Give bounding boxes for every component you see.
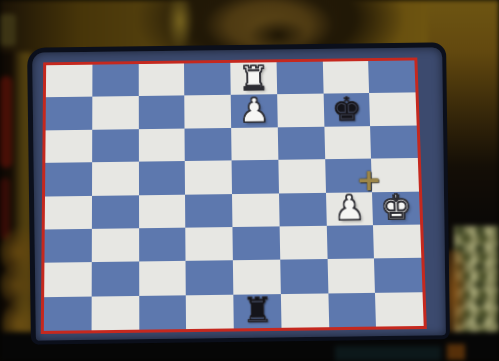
- piece-black-rook: ♜: [242, 292, 273, 327]
- square-b2[interactable]: [91, 262, 138, 296]
- square-d2[interactable]: [186, 260, 234, 294]
- piece-white-pawn: ♟: [239, 93, 270, 127]
- square-e7[interactable]: ♟: [231, 95, 278, 128]
- square-c2[interactable]: [139, 261, 186, 295]
- piece-white-king: ♚: [380, 190, 412, 224]
- square-h2[interactable]: [374, 258, 422, 292]
- square-e4[interactable]: [232, 193, 279, 227]
- square-b3[interactable]: [92, 228, 139, 262]
- piece-black-king: ♚: [331, 92, 362, 126]
- square-a4[interactable]: [45, 195, 92, 229]
- square-f7[interactable]: [277, 94, 324, 127]
- square-c6[interactable]: [138, 128, 185, 161]
- square-a8[interactable]: [46, 65, 92, 98]
- hair-highlight: [166, 0, 194, 52]
- square-a1[interactable]: [44, 296, 92, 331]
- square-f6[interactable]: [278, 127, 325, 160]
- square-a3[interactable]: [44, 229, 91, 263]
- square-f2[interactable]: [280, 259, 328, 293]
- screen-frame: ♜♟♚♟♚♜ +: [27, 42, 450, 344]
- square-h1[interactable]: [375, 292, 423, 327]
- square-g7[interactable]: ♚: [323, 93, 370, 126]
- mouse-crosshair-cursor: +: [356, 167, 382, 193]
- square-e5[interactable]: [232, 160, 279, 194]
- red-object-left-upper: [0, 76, 12, 168]
- piece-white-rook: ♜: [238, 61, 269, 94]
- bottom-orange-patch: [447, 344, 465, 360]
- square-c4[interactable]: [139, 194, 186, 228]
- square-a2[interactable]: [44, 262, 91, 296]
- square-d3[interactable]: [186, 227, 233, 261]
- square-e6[interactable]: [231, 127, 278, 160]
- shelf-object: [0, 14, 16, 46]
- square-b8[interactable]: [92, 64, 138, 97]
- square-c3[interactable]: [139, 228, 186, 262]
- square-d4[interactable]: [185, 194, 232, 228]
- square-e1[interactable]: ♜: [233, 294, 281, 329]
- square-b6[interactable]: [92, 129, 139, 162]
- square-b5[interactable]: [92, 162, 139, 196]
- square-f5[interactable]: [278, 159, 325, 193]
- square-a5[interactable]: [45, 162, 92, 196]
- square-b4[interactable]: [92, 195, 139, 229]
- square-c8[interactable]: [138, 63, 184, 96]
- square-e3[interactable]: [232, 226, 280, 260]
- square-h8[interactable]: [368, 60, 415, 93]
- square-h6[interactable]: [370, 125, 418, 158]
- square-f8[interactable]: [276, 62, 323, 95]
- square-d7[interactable]: [185, 95, 232, 128]
- square-h3[interactable]: [373, 224, 421, 258]
- square-c1[interactable]: [139, 295, 187, 330]
- square-d1[interactable]: [186, 294, 234, 329]
- square-h7[interactable]: [369, 93, 416, 126]
- square-b1[interactable]: [91, 296, 138, 331]
- square-c7[interactable]: [138, 96, 184, 129]
- square-d6[interactable]: [185, 128, 232, 161]
- bottom-shadow-patch: [335, 346, 441, 361]
- webcam-frame: ♜♟♚♟♚♜ +: [0, 0, 499, 361]
- square-d8[interactable]: [184, 63, 230, 96]
- square-f4[interactable]: [279, 192, 327, 226]
- square-c5[interactable]: [138, 161, 185, 195]
- square-g1[interactable]: [328, 292, 376, 327]
- square-g3[interactable]: [326, 225, 374, 259]
- square-b7[interactable]: [92, 96, 138, 129]
- square-f1[interactable]: [281, 293, 329, 328]
- square-d5[interactable]: [185, 161, 232, 195]
- square-f3[interactable]: [279, 226, 327, 260]
- square-g6[interactable]: [324, 126, 371, 159]
- square-a6[interactable]: [45, 130, 92, 163]
- square-g2[interactable]: [327, 259, 375, 293]
- square-a7[interactable]: [46, 97, 92, 130]
